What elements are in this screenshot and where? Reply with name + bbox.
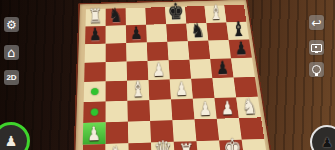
piece-white-bishop-c4[interactable]: ♝	[130, 78, 146, 100]
square-f1[interactable]	[196, 140, 221, 150]
square-c4[interactable]: ♝	[127, 80, 149, 101]
square-b1[interactable]: ♞	[105, 143, 128, 150]
hint-button[interactable]	[309, 62, 324, 77]
square-e7[interactable]	[166, 24, 188, 42]
square-h2[interactable]	[239, 117, 264, 139]
piece-black-pawn-g5[interactable]: ♟	[216, 59, 229, 77]
square-f3[interactable]: ♟	[193, 98, 217, 119]
black-pawn-icon: ♟	[321, 135, 333, 150]
piece-white-pawn-g3[interactable]: ♟	[221, 99, 235, 118]
square-g4[interactable]	[212, 78, 236, 99]
square-a6[interactable]	[85, 44, 106, 63]
square-e3[interactable]	[171, 99, 195, 120]
square-g7[interactable]	[206, 22, 228, 40]
square-b4[interactable]	[106, 81, 128, 102]
square-b5[interactable]	[106, 62, 127, 82]
gear-icon: ⚙	[6, 18, 17, 32]
piece-black-pawn-h6[interactable]: ♟	[235, 40, 248, 58]
home-button[interactable]: ⌂	[4, 45, 19, 60]
square-c2[interactable]	[128, 121, 151, 143]
chess-board-frame: ♜♞♚♝♟♟♞♝♟♟♟♝♟♟♟♞♟♞♛♜♚	[73, 0, 274, 150]
undo-button[interactable]: ↩	[309, 15, 324, 30]
square-f7[interactable]: ♞	[186, 23, 208, 41]
piece-white-pawn-e4[interactable]: ♟	[175, 80, 188, 98]
square-h5[interactable]	[231, 58, 255, 78]
piece-white-knight-h3[interactable]: ♞	[241, 95, 257, 117]
square-h6[interactable]: ♟	[229, 39, 252, 58]
piece-black-pawn-c7[interactable]: ♟	[130, 25, 143, 42]
piece-white-king-g1[interactable]: ♚	[223, 135, 242, 150]
square-a5[interactable]	[84, 62, 105, 82]
undo-arrow-icon: ↩	[311, 16, 321, 30]
square-b6[interactable]	[106, 43, 127, 62]
square-e5[interactable]	[168, 60, 191, 80]
settings-button[interactable]: ⚙	[4, 17, 19, 32]
view-2d-toggle-button[interactable]: 2D	[4, 70, 19, 85]
white-pawn-icon: ♟	[5, 133, 18, 149]
square-g5[interactable]: ♟	[210, 58, 233, 78]
view-2d-label: 2D	[6, 73, 16, 82]
piece-black-knight-b8[interactable]: ♞	[108, 5, 122, 25]
piece-white-bishop-g8[interactable]: ♝	[209, 2, 223, 22]
square-f6[interactable]	[188, 41, 210, 60]
lightbulb-icon	[312, 65, 321, 74]
square-a3[interactable]	[83, 101, 105, 123]
square-a4[interactable]	[84, 81, 106, 102]
square-e1[interactable]: ♜	[174, 141, 199, 150]
square-h1[interactable]	[242, 139, 268, 150]
piece-white-pawn-f3[interactable]: ♟	[198, 100, 212, 119]
black-player-indicator: ♟	[310, 125, 335, 150]
square-d8[interactable]	[145, 7, 166, 25]
piece-black-bishop-h7[interactable]: ♝	[231, 19, 246, 39]
square-a2[interactable]: ♟	[83, 122, 106, 145]
square-d7[interactable]	[146, 24, 167, 42]
display-theme-button[interactable]	[309, 40, 324, 55]
home-icon: ⌂	[7, 45, 15, 60]
chess-board[interactable]: ♜♞♚♝♟♟♞♝♟♟♟♝♟♟♟♞♟♞♛♜♚	[82, 5, 268, 150]
square-f2[interactable]	[195, 119, 220, 141]
piece-white-pawn-d5[interactable]: ♟	[152, 61, 165, 79]
square-c3[interactable]	[127, 100, 150, 122]
square-d4[interactable]	[148, 79, 171, 100]
chess-board-scene: ♜♞♚♝♟♟♞♝♟♟♟♝♟♟♟♞♟♞♛♜♚	[73, 0, 274, 150]
legal-move-dot-a3[interactable]	[91, 108, 99, 115]
square-g3[interactable]: ♟	[215, 97, 239, 118]
square-b8[interactable]: ♞	[106, 8, 126, 26]
square-d1[interactable]: ♛	[151, 142, 175, 150]
piece-black-knight-f7[interactable]: ♞	[190, 20, 205, 40]
square-c1[interactable]	[128, 143, 152, 150]
piece-white-rook-a8[interactable]: ♜	[88, 6, 102, 26]
square-d3[interactable]	[149, 99, 172, 120]
square-f4[interactable]	[191, 78, 214, 99]
monitor-icon	[311, 44, 322, 52]
square-e4[interactable]: ♟	[170, 79, 193, 100]
white-player-turn-indicator: ♟	[0, 122, 30, 150]
piece-white-queen-d1[interactable]: ♛	[154, 138, 173, 150]
square-d6[interactable]	[147, 42, 169, 61]
square-f5[interactable]	[189, 59, 212, 79]
square-a1[interactable]	[82, 144, 105, 150]
square-g8[interactable]: ♝	[204, 5, 226, 23]
square-d5[interactable]: ♟	[148, 60, 170, 80]
piece-black-king-e8[interactable]: ♚	[167, 1, 184, 24]
square-b3[interactable]	[106, 101, 128, 123]
piece-black-pawn-a7[interactable]: ♟	[89, 26, 102, 43]
app-background: ♜♞♚♝♟♟♞♝♟♟♟♝♟♟♟♞♟♞♛♜♚ ⚙ ⌂ 2D ↩ ♟ ♟	[0, 0, 335, 150]
square-e8[interactable]: ♚	[165, 7, 186, 25]
square-h3[interactable]: ♞	[236, 97, 261, 118]
piece-white-pawn-a2[interactable]: ♟	[87, 125, 101, 144]
square-b7[interactable]	[106, 25, 127, 43]
piece-white-knight-b1[interactable]: ♞	[108, 143, 125, 150]
square-c6[interactable]	[126, 42, 147, 61]
square-g1[interactable]: ♚	[219, 140, 245, 150]
square-g6[interactable]	[208, 40, 231, 59]
square-e6[interactable]	[167, 41, 189, 60]
legal-move-dot-a4[interactable]	[91, 88, 99, 95]
square-a7[interactable]: ♟	[85, 26, 106, 44]
piece-white-rook-e1[interactable]: ♜	[178, 140, 195, 150]
square-c7[interactable]: ♟	[126, 25, 147, 43]
